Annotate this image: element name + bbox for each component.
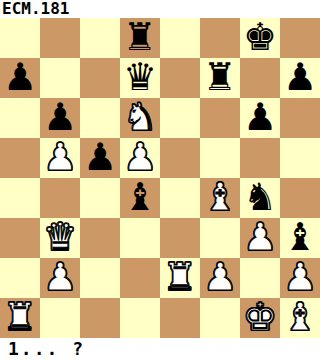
square-h6[interactable] <box>280 98 320 138</box>
square-f6[interactable] <box>200 98 240 138</box>
white-rook: ♜ <box>3 298 37 337</box>
square-h1[interactable]: ♝ <box>280 298 320 338</box>
square-b7[interactable] <box>40 58 80 98</box>
square-b8[interactable] <box>40 18 80 58</box>
page-title: ECM.181 <box>0 0 320 18</box>
square-h4[interactable] <box>280 178 320 218</box>
black-knight: ♞ <box>243 178 277 217</box>
square-e5[interactable] <box>160 138 200 178</box>
square-g3[interactable]: ♟ <box>240 218 280 258</box>
square-h3[interactable]: ♝ <box>280 218 320 258</box>
white-rook: ♜ <box>163 258 197 297</box>
square-g2[interactable] <box>240 258 280 298</box>
square-f3[interactable] <box>200 218 240 258</box>
black-pawn: ♟ <box>243 98 277 137</box>
black-pawn: ♟ <box>3 58 37 97</box>
white-bishop: ♝ <box>283 298 317 337</box>
square-d2[interactable] <box>120 258 160 298</box>
square-a6[interactable] <box>0 98 40 138</box>
square-g8[interactable]: ♚ <box>240 18 280 58</box>
square-d4[interactable]: ♝ <box>120 178 160 218</box>
white-pawn: ♟ <box>203 258 237 297</box>
white-pawn: ♟ <box>43 138 77 177</box>
black-rook: ♜ <box>203 58 237 97</box>
white-pawn: ♟ <box>43 258 77 297</box>
square-a2[interactable] <box>0 258 40 298</box>
black-bishop: ♝ <box>123 178 157 217</box>
square-a5[interactable] <box>0 138 40 178</box>
square-c1[interactable] <box>80 298 120 338</box>
square-c7[interactable] <box>80 58 120 98</box>
black-queen: ♛ <box>123 58 157 97</box>
chess-board: ♜♚♟♛♜♟♟♞♟♟♟♟♝♝♞♛♟♝♟♜♟♟♜♚♝ <box>0 18 320 338</box>
square-e7[interactable] <box>160 58 200 98</box>
white-pawn: ♟ <box>123 138 157 177</box>
square-c3[interactable] <box>80 218 120 258</box>
square-e1[interactable] <box>160 298 200 338</box>
square-b1[interactable] <box>40 298 80 338</box>
square-e8[interactable] <box>160 18 200 58</box>
black-pawn: ♟ <box>43 98 77 137</box>
square-g7[interactable] <box>240 58 280 98</box>
square-e3[interactable] <box>160 218 200 258</box>
square-a4[interactable] <box>0 178 40 218</box>
square-a3[interactable] <box>0 218 40 258</box>
square-b5[interactable]: ♟ <box>40 138 80 178</box>
square-h5[interactable] <box>280 138 320 178</box>
square-e6[interactable] <box>160 98 200 138</box>
square-e4[interactable] <box>160 178 200 218</box>
white-queen: ♛ <box>43 218 77 257</box>
square-h8[interactable] <box>280 18 320 58</box>
square-c4[interactable] <box>80 178 120 218</box>
square-f4[interactable]: ♝ <box>200 178 240 218</box>
square-b6[interactable]: ♟ <box>40 98 80 138</box>
black-pawn: ♟ <box>83 138 117 177</box>
square-b4[interactable] <box>40 178 80 218</box>
square-c2[interactable] <box>80 258 120 298</box>
square-f5[interactable] <box>200 138 240 178</box>
square-f8[interactable] <box>200 18 240 58</box>
square-c8[interactable] <box>80 18 120 58</box>
square-d8[interactable]: ♜ <box>120 18 160 58</box>
square-d1[interactable] <box>120 298 160 338</box>
square-e2[interactable]: ♜ <box>160 258 200 298</box>
square-f1[interactable] <box>200 298 240 338</box>
square-g1[interactable]: ♚ <box>240 298 280 338</box>
square-h2[interactable]: ♟ <box>280 258 320 298</box>
square-g5[interactable] <box>240 138 280 178</box>
square-a7[interactable]: ♟ <box>0 58 40 98</box>
black-bishop: ♝ <box>283 218 317 257</box>
square-b2[interactable]: ♟ <box>40 258 80 298</box>
square-c6[interactable] <box>80 98 120 138</box>
square-c5[interactable]: ♟ <box>80 138 120 178</box>
black-king: ♚ <box>243 18 277 57</box>
white-knight: ♞ <box>123 98 157 137</box>
white-pawn: ♟ <box>283 258 317 297</box>
black-pawn: ♟ <box>283 58 317 97</box>
black-rook: ♜ <box>123 18 157 57</box>
move-prompt: 1... ? <box>0 338 320 360</box>
white-king: ♚ <box>243 298 277 337</box>
square-d5[interactable]: ♟ <box>120 138 160 178</box>
square-a1[interactable]: ♜ <box>0 298 40 338</box>
square-f7[interactable]: ♜ <box>200 58 240 98</box>
square-g6[interactable]: ♟ <box>240 98 280 138</box>
chess-puzzle-window: ECM.181 ♜♚♟♛♜♟♟♞♟♟♟♟♝♝♞♛♟♝♟♜♟♟♜♚♝ 1... ? <box>0 0 320 360</box>
square-b3[interactable]: ♛ <box>40 218 80 258</box>
square-d7[interactable]: ♛ <box>120 58 160 98</box>
square-f2[interactable]: ♟ <box>200 258 240 298</box>
white-pawn: ♟ <box>243 218 277 257</box>
square-g4[interactable]: ♞ <box>240 178 280 218</box>
white-bishop: ♝ <box>203 178 237 217</box>
square-h7[interactable]: ♟ <box>280 58 320 98</box>
square-d3[interactable] <box>120 218 160 258</box>
square-a8[interactable] <box>0 18 40 58</box>
square-d6[interactable]: ♞ <box>120 98 160 138</box>
